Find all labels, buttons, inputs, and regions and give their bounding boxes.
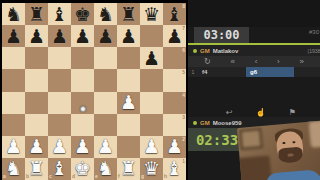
square-f1[interactable]: f♜ (117, 158, 140, 180)
square-e2[interactable]: ♟ (94, 136, 117, 158)
square-g1[interactable]: g♛ (140, 158, 163, 180)
square-f6[interactable] (117, 47, 140, 69)
square-e8[interactable]: ♞ (94, 3, 117, 25)
square-a2[interactable]: ♟ (2, 136, 25, 158)
piece-br-f8[interactable]: ♜ (117, 3, 140, 25)
square-e6[interactable] (94, 47, 117, 69)
piece-wb-c1[interactable]: ♝ (48, 158, 71, 180)
rank-label: 5 (182, 70, 185, 75)
square-e3[interactable] (94, 114, 117, 136)
square-c3[interactable] (48, 114, 71, 136)
square-h5[interactable]: 5 (163, 69, 186, 91)
square-e5[interactable] (94, 69, 117, 91)
background-picture-frame (239, 128, 263, 150)
square-b2[interactable]: ♟ (25, 136, 48, 158)
piece-wk-d1[interactable]: ♚ (71, 158, 94, 180)
first-move-icon[interactable]: « (230, 58, 234, 66)
piece-bp-h7[interactable]: ♟ (163, 25, 186, 47)
square-c7[interactable]: ♟ (48, 25, 71, 47)
piece-bp-f7[interactable]: ♟ (117, 25, 140, 47)
rank-label: 4 (182, 93, 185, 98)
bottom-player-title: GM (200, 120, 210, 126)
piece-wr-f1[interactable]: ♜ (117, 158, 140, 180)
square-f3[interactable] (117, 114, 140, 136)
piece-bp-e7[interactable]: ♟ (94, 25, 117, 47)
draw-offer-icon[interactable]: ☝ (256, 109, 266, 117)
online-status-dot (193, 49, 197, 53)
square-d8[interactable]: ♚ (71, 3, 94, 25)
square-a3[interactable] (2, 114, 25, 136)
move-list-row: 1 f4 g6 (188, 67, 320, 77)
square-c4[interactable] (48, 92, 71, 114)
piece-bp-g6[interactable]: ♟ (140, 47, 163, 69)
black-move[interactable]: g6 (246, 67, 294, 77)
last-move-icon[interactable]: » (300, 58, 304, 66)
square-g4[interactable] (140, 92, 163, 114)
piece-bb-c8[interactable]: ♝ (48, 3, 71, 25)
white-move[interactable]: f4 (198, 67, 246, 77)
square-b5[interactable] (25, 69, 48, 91)
square-a7[interactable]: ♟ (2, 25, 25, 47)
square-b7[interactable]: ♟ (25, 25, 48, 47)
streamer-mouth (287, 153, 293, 156)
piece-wp-g2[interactable]: ♟ (140, 136, 163, 158)
piece-bp-d7[interactable]: ♟ (71, 25, 94, 47)
square-a6[interactable] (2, 47, 25, 69)
piece-wn-a1[interactable]: ♞ (2, 158, 25, 180)
top-player-name: Matlakov (213, 48, 308, 54)
square-a5[interactable] (2, 69, 25, 91)
square-f8[interactable]: ♜ (117, 3, 140, 25)
square-f4[interactable]: ♟ (117, 92, 140, 114)
piece-br-b8[interactable]: ♜ (25, 3, 48, 25)
square-a4[interactable] (2, 92, 25, 114)
square-f7[interactable]: ♟ (117, 25, 140, 47)
square-b8[interactable]: ♜ (25, 3, 48, 25)
top-player-row[interactable]: GM Matlakov (1938) (188, 45, 320, 56)
move-navigation-bar: ↻ « ‹ › » (188, 56, 320, 67)
square-g6[interactable]: ♟ (140, 47, 163, 69)
square-g7[interactable] (140, 25, 163, 47)
piece-wn-e1[interactable]: ♞ (94, 158, 117, 180)
square-d2[interactable]: ♟ (71, 136, 94, 158)
square-f5[interactable] (117, 69, 140, 91)
square-d6[interactable] (71, 47, 94, 69)
square-a8[interactable]: ♞ (2, 3, 25, 25)
piece-bn-a8[interactable]: ♞ (2, 3, 25, 25)
streamer-eye (282, 142, 285, 144)
panel-header-strip (188, 0, 320, 27)
top-player-rating: (1938) (308, 48, 320, 54)
top-player-clock: 03:00 (194, 27, 249, 43)
square-c5[interactable] (48, 69, 71, 91)
piece-bp-a7[interactable]: ♟ (2, 25, 25, 47)
webcam-overlay (237, 120, 320, 180)
square-h1[interactable]: 1h♝ (163, 158, 186, 180)
move-number: 1 (188, 69, 198, 75)
piece-wp-f4[interactable]: ♟ (117, 92, 140, 114)
online-status-dot (193, 121, 197, 125)
next-move-icon[interactable]: › (277, 58, 280, 66)
square-h3[interactable]: 3 (163, 114, 186, 136)
square-g3[interactable] (140, 114, 163, 136)
piece-wp-d2[interactable]: ♟ (71, 136, 94, 158)
piece-wr-b1[interactable]: ♜ (25, 158, 48, 180)
square-d3[interactable] (71, 114, 94, 136)
square-b6[interactable] (25, 47, 48, 69)
chess-board[interactable]: ♞♜♝♚♞♜♛8♝♟♟♟♟♟♟7♟♟65♟43♟♟♟♟♟♟2♟a♞b♜c♝d♚e… (2, 3, 186, 180)
piece-wp-e2[interactable]: ♟ (94, 136, 117, 158)
piece-bn-e8[interactable]: ♞ (94, 3, 117, 25)
square-g5[interactable] (140, 69, 163, 91)
square-c8[interactable]: ♝ (48, 3, 71, 25)
resign-flag-icon[interactable]: ⚑ (289, 109, 296, 117)
rank-label: 3 (182, 115, 185, 120)
previous-move-icon[interactable]: ‹ (255, 58, 258, 66)
takeback-icon[interactable]: ↩ (226, 109, 233, 117)
square-d1[interactable]: d♚ (71, 158, 94, 180)
flip-board-icon[interactable]: ↻ (204, 58, 211, 66)
rank-label: 6 (182, 48, 185, 53)
square-h8[interactable]: 8♝ (163, 3, 186, 25)
piece-bp-b7[interactable]: ♟ (25, 25, 48, 47)
square-h6[interactable]: 6 (163, 47, 186, 69)
top-player-title: GM (200, 48, 210, 54)
square-c2[interactable]: ♟ (48, 136, 71, 158)
square-c1[interactable]: c♝ (48, 158, 71, 180)
piece-wb-h1[interactable]: ♝ (163, 158, 186, 180)
square-c6[interactable] (48, 47, 71, 69)
square-a1[interactable]: a♞ (2, 158, 25, 180)
square-g2[interactable]: ♟ (140, 136, 163, 158)
streamer-torso (265, 169, 320, 180)
piece-bb-h8[interactable]: ♝ (163, 3, 186, 25)
piece-bq-g8[interactable]: ♛ (140, 3, 163, 25)
square-h2[interactable]: 2♟ (163, 136, 186, 158)
piece-wp-b2[interactable]: ♟ (25, 136, 48, 158)
piece-bk-d8[interactable]: ♚ (71, 3, 94, 25)
square-h4[interactable]: 4 (163, 92, 186, 114)
square-e4[interactable] (94, 92, 117, 114)
square-e1[interactable]: e♞ (94, 158, 117, 180)
square-d5[interactable] (71, 69, 94, 91)
square-g8[interactable]: ♛ (140, 3, 163, 25)
game-number: #30 (309, 29, 319, 35)
piece-wp-h2[interactable]: ♟ (163, 136, 186, 158)
square-f2[interactable] (117, 136, 140, 158)
piece-wp-c2[interactable]: ♟ (48, 136, 71, 158)
square-b3[interactable] (25, 114, 48, 136)
streamer-eye (292, 141, 295, 143)
square-d7[interactable]: ♟ (71, 25, 94, 47)
piece-wq-g1[interactable]: ♛ (140, 158, 163, 180)
cursor-dot (80, 106, 86, 112)
piece-bp-c7[interactable]: ♟ (48, 25, 71, 47)
square-b1[interactable]: b♜ (25, 158, 48, 180)
square-h7[interactable]: 7♟ (163, 25, 186, 47)
square-e7[interactable]: ♟ (94, 25, 117, 47)
background-wall (309, 120, 320, 148)
piece-wp-a2[interactable]: ♟ (2, 136, 25, 158)
square-b4[interactable] (25, 92, 48, 114)
